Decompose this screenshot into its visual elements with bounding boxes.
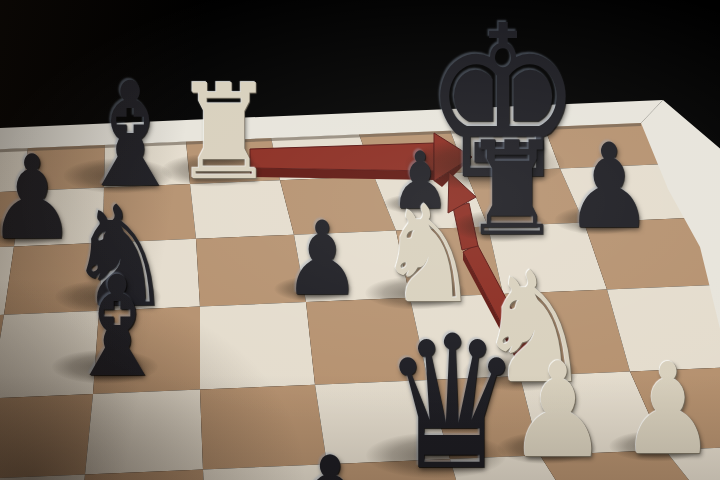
- piece-white-pawn-g4[interactable]: ♟: [508, 345, 608, 476]
- piece-black-pawn-d3[interactable]: ♟: [273, 437, 387, 480]
- piece-black-bishop-c5[interactable]: ♝: [64, 258, 170, 397]
- chess-scene: ♚♜♝♟♟♜♟♟♞♞♝♞♟♟♛♟: [0, 0, 720, 480]
- piece-black-pawn-b7[interactable]: ♟: [0, 140, 76, 256]
- piece-black-pawn-e6[interactable]: ♟: [283, 208, 361, 310]
- piece-black-pawn-h7[interactable]: ♟: [564, 128, 653, 245]
- piece-black-queen-f4[interactable]: ♛: [382, 311, 522, 480]
- piece-white-rook-d8[interactable]: ♜: [174, 66, 275, 198]
- piece-white-pawn-h4[interactable]: ♟: [620, 347, 716, 473]
